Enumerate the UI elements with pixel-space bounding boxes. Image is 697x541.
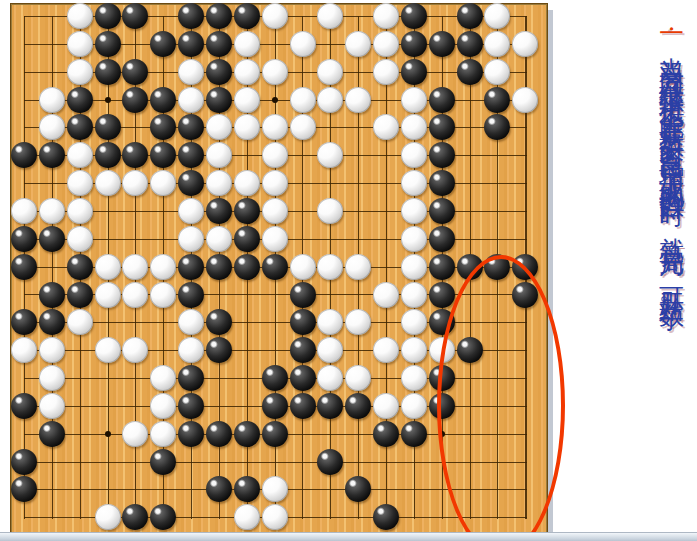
white-stone	[401, 337, 427, 363]
black-stone	[39, 282, 65, 308]
black-stone	[206, 337, 232, 363]
white-stone	[234, 114, 260, 140]
white-stone	[317, 309, 343, 335]
white-stone	[262, 226, 288, 252]
white-stone	[11, 337, 37, 363]
black-stone	[122, 59, 148, 85]
white-stone	[317, 365, 343, 391]
black-stone	[11, 226, 37, 252]
black-stone	[262, 393, 288, 419]
black-stone	[206, 59, 232, 85]
black-stone	[150, 87, 176, 113]
black-stone	[234, 254, 260, 280]
lesson-text: 一·当双方同意继续下棋也不能在最后数子时令自己增加子或地的数目时，就算完局，可开…	[556, 20, 690, 498]
black-stone	[67, 254, 93, 280]
black-stone	[178, 254, 204, 280]
white-stone	[150, 254, 176, 280]
white-stone	[401, 393, 427, 419]
black-stone	[262, 254, 288, 280]
black-stone	[401, 31, 427, 57]
white-stone	[484, 31, 510, 57]
black-stone	[39, 309, 65, 335]
white-stone	[512, 87, 538, 113]
black-stone	[429, 114, 455, 140]
black-stone	[150, 504, 176, 530]
white-stone	[150, 170, 176, 196]
white-stone	[206, 170, 232, 196]
star-point	[272, 97, 278, 103]
black-stone	[484, 114, 510, 140]
white-stone	[39, 365, 65, 391]
white-stone	[95, 504, 121, 530]
black-stone	[429, 282, 455, 308]
black-stone	[429, 198, 455, 224]
black-stone	[401, 3, 427, 29]
black-stone	[178, 142, 204, 168]
red-ellipse-annotation	[437, 255, 565, 541]
white-stone	[262, 3, 288, 29]
black-stone	[290, 282, 316, 308]
white-stone	[290, 87, 316, 113]
white-stone	[206, 226, 232, 252]
white-stone	[262, 59, 288, 85]
black-stone	[206, 421, 232, 447]
black-stone	[234, 421, 260, 447]
black-stone	[429, 226, 455, 252]
white-stone	[178, 198, 204, 224]
white-stone	[317, 87, 343, 113]
black-stone	[11, 142, 37, 168]
black-stone	[234, 3, 260, 29]
white-stone	[39, 393, 65, 419]
white-stone	[401, 87, 427, 113]
black-stone	[95, 3, 121, 29]
white-stone	[262, 504, 288, 530]
white-stone	[122, 421, 148, 447]
white-stone	[67, 170, 93, 196]
white-stone	[67, 59, 93, 85]
black-stone	[67, 87, 93, 113]
white-stone	[262, 198, 288, 224]
black-stone	[95, 142, 121, 168]
black-stone	[234, 226, 260, 252]
white-stone	[262, 142, 288, 168]
white-stone	[39, 198, 65, 224]
black-stone	[206, 309, 232, 335]
white-stone	[401, 142, 427, 168]
black-stone	[206, 3, 232, 29]
black-stone	[95, 59, 121, 85]
white-stone	[373, 393, 399, 419]
white-stone	[373, 337, 399, 363]
black-stone	[401, 59, 427, 85]
black-stone	[429, 87, 455, 113]
white-stone	[345, 87, 371, 113]
black-stone	[39, 421, 65, 447]
white-stone	[178, 87, 204, 113]
white-stone	[95, 170, 121, 196]
black-stone	[290, 309, 316, 335]
white-stone	[122, 254, 148, 280]
white-stone	[39, 87, 65, 113]
white-stone	[317, 198, 343, 224]
black-stone	[234, 198, 260, 224]
black-stone	[178, 282, 204, 308]
black-stone	[122, 504, 148, 530]
white-stone	[290, 114, 316, 140]
white-stone	[67, 3, 93, 29]
white-stone	[178, 309, 204, 335]
black-stone	[484, 87, 510, 113]
black-stone	[206, 87, 232, 113]
black-stone	[178, 421, 204, 447]
black-stone	[178, 393, 204, 419]
black-stone	[11, 449, 37, 475]
white-stone	[67, 198, 93, 224]
black-stone	[150, 449, 176, 475]
black-stone	[206, 31, 232, 57]
black-stone	[429, 254, 455, 280]
black-stone	[290, 337, 316, 363]
white-stone	[345, 309, 371, 335]
black-stone	[373, 504, 399, 530]
black-stone	[122, 142, 148, 168]
white-stone	[373, 31, 399, 57]
white-stone	[484, 3, 510, 29]
white-stone	[178, 226, 204, 252]
white-stone	[401, 309, 427, 335]
white-stone	[234, 504, 260, 530]
black-stone	[95, 31, 121, 57]
white-stone	[484, 59, 510, 85]
black-stone	[262, 365, 288, 391]
black-stone	[206, 254, 232, 280]
white-stone	[122, 337, 148, 363]
white-stone	[150, 365, 176, 391]
black-stone	[150, 31, 176, 57]
white-stone	[150, 393, 176, 419]
white-stone	[262, 170, 288, 196]
white-stone	[401, 254, 427, 280]
black-stone	[11, 393, 37, 419]
white-stone	[317, 59, 343, 85]
white-stone	[206, 142, 232, 168]
lesson-number: 一·	[657, 20, 686, 38]
white-stone	[95, 337, 121, 363]
white-stone	[234, 59, 260, 85]
window-bottom-edge	[0, 532, 697, 541]
black-stone	[11, 309, 37, 335]
black-stone	[39, 142, 65, 168]
white-stone	[401, 198, 427, 224]
black-stone	[429, 142, 455, 168]
white-stone	[317, 3, 343, 29]
white-stone	[122, 282, 148, 308]
black-stone	[122, 3, 148, 29]
black-stone	[39, 226, 65, 252]
white-stone	[150, 282, 176, 308]
white-stone	[512, 31, 538, 57]
white-stone	[262, 114, 288, 140]
white-stone	[373, 59, 399, 85]
white-stone	[401, 365, 427, 391]
black-stone	[457, 3, 483, 29]
black-stone	[206, 476, 232, 502]
black-stone	[11, 476, 37, 502]
white-stone	[373, 114, 399, 140]
black-stone	[67, 114, 93, 140]
star-point	[105, 431, 111, 437]
white-stone	[150, 421, 176, 447]
black-stone	[122, 87, 148, 113]
white-stone	[206, 114, 232, 140]
white-stone	[234, 31, 260, 57]
white-stone	[317, 337, 343, 363]
black-stone	[290, 365, 316, 391]
black-stone	[345, 476, 371, 502]
white-stone	[234, 87, 260, 113]
black-stone	[234, 476, 260, 502]
black-stone	[429, 31, 455, 57]
white-stone	[373, 3, 399, 29]
white-stone	[317, 254, 343, 280]
white-stone	[345, 365, 371, 391]
white-stone	[262, 476, 288, 502]
white-stone	[67, 309, 93, 335]
white-stone	[234, 170, 260, 196]
white-stone	[67, 31, 93, 57]
black-stone	[150, 114, 176, 140]
white-stone	[401, 170, 427, 196]
lesson-body: 当双方同意继续下棋也不能在最后数子时令自己增加子或地的数目时，就算完局，可开始数…	[657, 38, 686, 323]
black-stone	[290, 393, 316, 419]
white-stone	[122, 170, 148, 196]
black-stone	[262, 421, 288, 447]
black-stone	[95, 114, 121, 140]
black-stone	[178, 31, 204, 57]
black-stone	[178, 365, 204, 391]
black-stone	[11, 254, 37, 280]
black-stone	[345, 393, 371, 419]
white-stone	[11, 198, 37, 224]
black-stone	[373, 421, 399, 447]
black-stone	[178, 170, 204, 196]
black-stone	[317, 449, 343, 475]
white-stone	[373, 282, 399, 308]
black-stone	[150, 142, 176, 168]
white-stone	[345, 254, 371, 280]
black-stone	[457, 59, 483, 85]
black-stone	[457, 31, 483, 57]
black-stone	[178, 3, 204, 29]
white-stone	[39, 114, 65, 140]
black-stone	[429, 170, 455, 196]
white-stone	[178, 59, 204, 85]
white-stone	[317, 142, 343, 168]
page: 一·当双方同意继续下棋也不能在最后数子时令自己增加子或地的数目时，就算完局，可开…	[0, 0, 697, 541]
white-stone	[401, 282, 427, 308]
white-stone	[67, 226, 93, 252]
black-stone	[67, 282, 93, 308]
black-stone	[317, 393, 343, 419]
white-stone	[401, 114, 427, 140]
black-stone	[206, 198, 232, 224]
white-stone	[290, 254, 316, 280]
white-stone	[178, 337, 204, 363]
white-stone	[95, 282, 121, 308]
white-stone	[401, 226, 427, 252]
white-stone	[290, 31, 316, 57]
black-stone	[178, 114, 204, 140]
white-stone	[67, 142, 93, 168]
star-point	[105, 97, 111, 103]
black-stone	[401, 421, 427, 447]
white-stone	[95, 254, 121, 280]
white-stone	[39, 337, 65, 363]
white-stone	[345, 31, 371, 57]
